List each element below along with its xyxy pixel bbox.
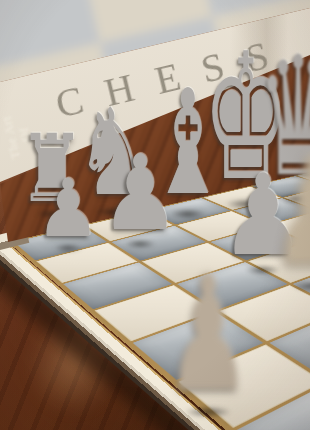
- product-photo: The Art Of CHESS ♜ ♚ ♛ ♟ ♟ ♟ ♜ ♞ ♝ ♚ ♛ ♟…: [0, 0, 310, 430]
- piece-pawn-2: ♟: [93, 141, 186, 245]
- piece-pawn-4: ♟: [136, 254, 279, 414]
